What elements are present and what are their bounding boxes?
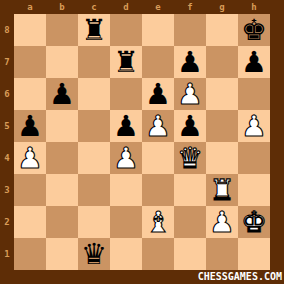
- square-e2[interactable]: ♝: [142, 206, 174, 238]
- square-g2[interactable]: ♟: [206, 206, 238, 238]
- square-f6[interactable]: ♟: [174, 78, 206, 110]
- square-c5[interactable]: [78, 110, 110, 142]
- file-label-e: e: [142, 0, 174, 15]
- square-a5[interactable]: ♟: [14, 110, 46, 142]
- black-pawn: ♟: [177, 46, 203, 78]
- square-d5[interactable]: ♟: [110, 110, 142, 142]
- white-pawn: ♟: [241, 110, 267, 142]
- black-king: ♚: [241, 14, 267, 46]
- white-pawn: ♟: [177, 78, 203, 110]
- square-c1[interactable]: ♛: [78, 238, 110, 270]
- white-pawn: ♟: [209, 206, 235, 238]
- file-label-g: g: [206, 0, 238, 15]
- white-queen: ♛: [177, 142, 203, 174]
- square-b2[interactable]: [46, 206, 78, 238]
- rank-label-8: 8: [0, 14, 14, 46]
- square-e7[interactable]: [142, 46, 174, 78]
- white-pawn: ♟: [145, 110, 171, 142]
- black-pawn: ♟: [145, 78, 171, 110]
- chessgames-watermark: CHESSGAMES.COM: [198, 270, 282, 284]
- rank-label-4: 4: [0, 142, 14, 174]
- square-g4[interactable]: [206, 142, 238, 174]
- square-f8[interactable]: [174, 14, 206, 46]
- rank-label-7: 7: [0, 46, 14, 78]
- square-g3[interactable]: ♜: [206, 174, 238, 206]
- rank-label-6: 6: [0, 78, 14, 110]
- chessgames-board-window: abcdefgh 87654321 ♜♚♜♟♟♟♟♟♟♟♟♟♟♟♟♛♜♝♟♚♛ …: [0, 0, 284, 284]
- square-a3[interactable]: [14, 174, 46, 206]
- square-e4[interactable]: [142, 142, 174, 174]
- square-b8[interactable]: [46, 14, 78, 46]
- file-label-a: a: [14, 0, 46, 15]
- white-rook: ♜: [209, 174, 235, 206]
- square-b7[interactable]: [46, 46, 78, 78]
- square-a6[interactable]: [14, 78, 46, 110]
- square-h3[interactable]: [238, 174, 270, 206]
- black-pawn: ♟: [241, 46, 267, 78]
- square-b6[interactable]: ♟: [46, 78, 78, 110]
- square-a1[interactable]: [14, 238, 46, 270]
- rank-label-2: 2: [0, 206, 14, 238]
- square-e5[interactable]: ♟: [142, 110, 174, 142]
- file-label-d: d: [110, 0, 142, 15]
- square-c4[interactable]: [78, 142, 110, 174]
- file-label-b: b: [46, 0, 78, 15]
- file-label-f: f: [174, 0, 206, 15]
- square-d4[interactable]: ♟: [110, 142, 142, 174]
- square-g7[interactable]: [206, 46, 238, 78]
- square-d6[interactable]: [110, 78, 142, 110]
- black-pawn: ♟: [49, 78, 75, 110]
- square-h1[interactable]: [238, 238, 270, 270]
- square-h6[interactable]: [238, 78, 270, 110]
- square-a2[interactable]: [14, 206, 46, 238]
- square-h4[interactable]: [238, 142, 270, 174]
- square-f1[interactable]: [174, 238, 206, 270]
- black-pawn: ♟: [17, 110, 43, 142]
- square-d1[interactable]: [110, 238, 142, 270]
- square-d2[interactable]: [110, 206, 142, 238]
- square-f5[interactable]: ♟: [174, 110, 206, 142]
- square-d7[interactable]: ♜: [110, 46, 142, 78]
- chess-board: ♜♚♜♟♟♟♟♟♟♟♟♟♟♟♟♛♜♝♟♚♛: [14, 14, 270, 270]
- square-a4[interactable]: ♟: [14, 142, 46, 174]
- black-pawn: ♟: [177, 110, 203, 142]
- square-d3[interactable]: [110, 174, 142, 206]
- white-king: ♚: [241, 206, 267, 238]
- square-e3[interactable]: [142, 174, 174, 206]
- square-b5[interactable]: [46, 110, 78, 142]
- square-e8[interactable]: [142, 14, 174, 46]
- square-f4[interactable]: ♛: [174, 142, 206, 174]
- square-c6[interactable]: [78, 78, 110, 110]
- square-f3[interactable]: [174, 174, 206, 206]
- white-pawn: ♟: [17, 142, 43, 174]
- square-c3[interactable]: [78, 174, 110, 206]
- white-pawn: ♟: [113, 142, 139, 174]
- square-h8[interactable]: ♚: [238, 14, 270, 46]
- square-g6[interactable]: [206, 78, 238, 110]
- square-h7[interactable]: ♟: [238, 46, 270, 78]
- square-f7[interactable]: ♟: [174, 46, 206, 78]
- square-a7[interactable]: [14, 46, 46, 78]
- square-g1[interactable]: [206, 238, 238, 270]
- rank-label-3: 3: [0, 174, 14, 206]
- square-g8[interactable]: [206, 14, 238, 46]
- square-h2[interactable]: ♚: [238, 206, 270, 238]
- black-queen: ♛: [81, 238, 107, 270]
- black-rook: ♜: [113, 46, 139, 78]
- black-pawn: ♟: [113, 110, 139, 142]
- square-b4[interactable]: [46, 142, 78, 174]
- square-h5[interactable]: ♟: [238, 110, 270, 142]
- file-labels: abcdefgh: [14, 0, 270, 14]
- square-d8[interactable]: [110, 14, 142, 46]
- square-e6[interactable]: ♟: [142, 78, 174, 110]
- square-c7[interactable]: [78, 46, 110, 78]
- white-bishop: ♝: [145, 206, 171, 238]
- square-b3[interactable]: [46, 174, 78, 206]
- square-a8[interactable]: [14, 14, 46, 46]
- rank-labels: 87654321: [0, 14, 14, 270]
- rank-label-5: 5: [0, 110, 14, 142]
- rank-label-1: 1: [0, 238, 14, 270]
- square-c2[interactable]: [78, 206, 110, 238]
- square-g5[interactable]: [206, 110, 238, 142]
- square-f2[interactable]: [174, 206, 206, 238]
- square-e1[interactable]: [142, 238, 174, 270]
- square-c8[interactable]: ♜: [78, 14, 110, 46]
- square-b1[interactable]: [46, 238, 78, 270]
- black-rook: ♜: [81, 14, 107, 46]
